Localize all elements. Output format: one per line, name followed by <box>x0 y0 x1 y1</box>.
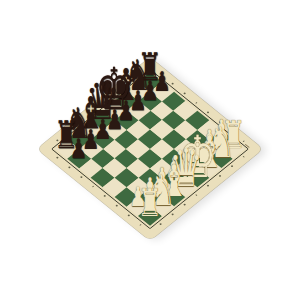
notation-dot <box>116 91 119 93</box>
notation-dot <box>127 82 130 84</box>
brand-mark <box>244 144 250 148</box>
notation-dot <box>127 214 130 216</box>
notation-dot <box>183 92 186 94</box>
notation-dot <box>195 102 198 104</box>
notation-dot <box>104 195 107 197</box>
notation-dot <box>219 121 222 123</box>
notation-dot <box>231 165 234 167</box>
notation-dot <box>116 205 119 207</box>
notation-dot <box>68 130 71 132</box>
photo-backdrop: ♜♞♝♛♚♝♞♜♟♟♟♟♟♟♟♟♟♟♟♟♟♟♟♟♜♞♝♛♚♝♞♜ <box>0 0 300 300</box>
notation-dot <box>56 139 59 141</box>
notation-dot <box>207 111 210 113</box>
notation-dot <box>171 83 174 85</box>
notation-dot <box>160 223 163 225</box>
notation-dot <box>56 157 59 159</box>
notation-dot <box>231 131 234 133</box>
notation-dot <box>219 175 222 177</box>
notation-dot <box>207 185 210 187</box>
notation-dot <box>242 156 245 158</box>
notation-dot <box>195 194 198 196</box>
notation-dot <box>80 176 83 178</box>
chess-board <box>55 72 245 225</box>
notation-dot <box>171 213 174 215</box>
notation-dot <box>242 140 245 142</box>
notation-dot <box>183 204 186 206</box>
notation-dot <box>160 73 163 75</box>
notation-dot <box>104 101 107 103</box>
notation-dot <box>139 224 142 226</box>
notation-dot <box>92 185 95 187</box>
chess-mat: ♜♞♝♛♚♝♞♜♟♟♟♟♟♟♟♟♟♟♟♟♟♟♟♟♜♞♝♛♚♝♞♜ <box>37 57 263 240</box>
notation-dot <box>80 120 83 122</box>
notation-dot <box>68 166 71 168</box>
notation-dot <box>92 110 95 112</box>
notation-dot <box>139 72 142 74</box>
